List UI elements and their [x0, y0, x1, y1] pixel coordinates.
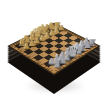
chess-piece-white-rook[interactable]: ♜: [52, 60, 62, 69]
chess-piece-black-pawn[interactable]: ♟: [22, 43, 30, 50]
chess-set-product-photo: ♜♞♝♛♚♝♞♜♟♟♟♟♟♟♟♟♟♟♟♟♟♟♟♟♜♞♝♛♚♝♞♜: [0, 0, 110, 110]
